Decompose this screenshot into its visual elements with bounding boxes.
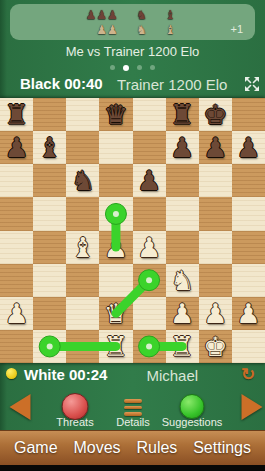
white-pawn-a2: ♟ <box>0 297 33 330</box>
square-d2[interactable]: ♛ <box>99 297 132 330</box>
square-h8[interactable] <box>232 98 265 131</box>
square-c5[interactable] <box>66 197 99 230</box>
black-pawn-a7: ♟ <box>0 131 33 164</box>
square-g1[interactable]: ♚ <box>199 330 232 363</box>
details-menu-icon <box>124 396 142 416</box>
square-a8[interactable]: ♜ <box>0 98 33 131</box>
left-arrow-icon <box>10 394 31 420</box>
analysis-toolbar: Threats Details Suggestions <box>0 392 265 430</box>
white-player-name: Michael <box>146 367 198 384</box>
square-b5[interactable] <box>33 197 66 230</box>
chess-app-screen: ♟♟♟♞♝ ♟♟♞♝ +1 Me vs Trainer 1200 Elo Bla… <box>0 0 265 471</box>
black-queen-d8: ♛ <box>99 98 132 131</box>
square-e6[interactable]: ♟ <box>133 164 166 197</box>
square-g4[interactable] <box>199 231 232 264</box>
white-pawn-h2: ♟ <box>232 297 265 330</box>
square-h4[interactable] <box>232 231 265 264</box>
square-d4[interactable]: ♟ <box>99 231 132 264</box>
square-a2[interactable]: ♟ <box>0 297 33 330</box>
threats-label: Threats <box>56 416 93 428</box>
black-pawn-h7: ♟ <box>232 131 265 164</box>
square-f5[interactable] <box>166 197 199 230</box>
black-rook-f8: ♜ <box>166 98 199 131</box>
square-c1[interactable] <box>66 330 99 363</box>
square-g5[interactable] <box>199 197 232 230</box>
white-clock: White 00:24 <box>24 366 107 383</box>
square-c2[interactable] <box>66 297 99 330</box>
black-clock: Black 00:40 <box>20 75 103 92</box>
square-a7[interactable]: ♟ <box>0 131 33 164</box>
page-dot-3[interactable] <box>137 65 142 70</box>
square-b3[interactable] <box>33 264 66 297</box>
square-c8[interactable] <box>66 98 99 131</box>
captured-black-pieces: ♟♟♟♞♝ <box>82 6 176 21</box>
square-b8[interactable] <box>33 98 66 131</box>
captured-pieces-panel: ♟♟♟♞♝ ♟♟♞♝ +1 <box>10 4 255 40</box>
square-g6[interactable] <box>199 164 232 197</box>
square-f3[interactable]: ♞ <box>166 264 199 297</box>
square-e1[interactable] <box>133 330 166 363</box>
game-title: Me vs Trainer 1200 Elo <box>0 44 265 59</box>
square-e2[interactable] <box>133 297 166 330</box>
square-e5[interactable] <box>133 197 166 230</box>
square-b7[interactable]: ♝ <box>33 131 66 164</box>
details-label: Details <box>116 416 150 428</box>
details-button[interactable] <box>124 396 142 416</box>
next-move-button[interactable] <box>242 394 263 420</box>
white-bishop-c4: ♝ <box>66 231 99 264</box>
page-dot-1[interactable] <box>110 65 115 70</box>
page-dot-4[interactable] <box>150 65 155 70</box>
captured-black-bishops: ♝ <box>161 6 176 21</box>
chess-board[interactable]: ♜♛♜♚♟♝♟♟♟♞♟♝♟♟♞♟♛♟♟♟♜♜♚ <box>0 98 265 363</box>
square-a6[interactable] <box>0 164 33 197</box>
square-h5[interactable] <box>232 197 265 230</box>
rotate-icon: ↻ <box>241 365 255 384</box>
square-e3[interactable] <box>133 264 166 297</box>
square-h1[interactable] <box>232 330 265 363</box>
page-dots[interactable] <box>0 65 265 71</box>
square-a1[interactable] <box>0 330 33 363</box>
right-arrow-icon <box>242 394 263 420</box>
white-pawn-e4: ♟ <box>133 231 166 264</box>
black-pawn-e6: ♟ <box>133 164 166 197</box>
white-king-g1: ♚ <box>199 330 232 363</box>
black-pawn-g7: ♟ <box>199 131 232 164</box>
square-c3[interactable] <box>66 264 99 297</box>
captured-white-pieces: ♟♟♞♝ <box>82 21 176 36</box>
captured-white-bishops: ♝ <box>161 21 176 36</box>
square-a3[interactable] <box>0 264 33 297</box>
captured-pieces-rows: ♟♟♟♞♝ ♟♟♞♝ <box>82 6 176 36</box>
material-advantage: +1 <box>230 23 243 35</box>
square-e7[interactable] <box>133 131 166 164</box>
square-d7[interactable] <box>99 131 132 164</box>
black-pawn-f7: ♟ <box>166 131 199 164</box>
square-f4[interactable] <box>166 231 199 264</box>
black-king-g8: ♚ <box>199 98 232 131</box>
square-f6[interactable] <box>166 164 199 197</box>
tab-settings[interactable]: Settings <box>193 439 251 457</box>
square-b6[interactable] <box>33 164 66 197</box>
black-bishop-b7: ♝ <box>33 131 66 164</box>
square-f8[interactable]: ♜ <box>166 98 199 131</box>
white-rook-d1: ♜ <box>99 330 132 363</box>
tab-game[interactable]: Game <box>14 439 58 457</box>
turn-indicator-dot <box>6 368 17 379</box>
captured-white-pawns: ♟♟ <box>82 21 118 36</box>
square-e4[interactable]: ♟ <box>133 231 166 264</box>
square-c6[interactable]: ♞ <box>66 164 99 197</box>
square-f1[interactable]: ♜ <box>166 330 199 363</box>
captured-white-knights: ♞ <box>132 21 147 36</box>
square-d1[interactable]: ♜ <box>99 330 132 363</box>
square-h7[interactable]: ♟ <box>232 131 265 164</box>
square-h3[interactable] <box>232 264 265 297</box>
white-player-bar: White 00:24 Michael ↻ <box>0 366 265 389</box>
tab-moves[interactable]: Moves <box>73 439 120 457</box>
square-g7[interactable]: ♟ <box>199 131 232 164</box>
square-d8[interactable]: ♛ <box>99 98 132 131</box>
square-b4[interactable] <box>33 231 66 264</box>
home-indicator-area <box>0 465 265 471</box>
tab-rules[interactable]: Rules <box>136 439 177 457</box>
square-a5[interactable] <box>0 197 33 230</box>
white-pawn-g2: ♟ <box>199 297 232 330</box>
expand-icon <box>244 76 260 92</box>
suggestions-label: Suggestions <box>162 416 223 428</box>
square-c4[interactable]: ♝ <box>66 231 99 264</box>
white-pawn-d4: ♟ <box>99 231 132 264</box>
white-rook-f1: ♜ <box>166 330 199 363</box>
square-b2[interactable] <box>33 297 66 330</box>
captured-black-pawns: ♟♟♟ <box>82 6 118 21</box>
square-d3[interactable] <box>99 264 132 297</box>
square-a4[interactable] <box>0 231 33 264</box>
square-d5[interactable] <box>99 197 132 230</box>
square-g2[interactable]: ♟ <box>199 297 232 330</box>
black-knight-c6: ♞ <box>66 164 99 197</box>
square-g3[interactable] <box>199 264 232 297</box>
white-knight-f3: ♞ <box>166 264 199 297</box>
white-queen-d2: ♛ <box>99 297 132 330</box>
square-f7[interactable]: ♟ <box>166 131 199 164</box>
black-rook-a8: ♜ <box>0 98 33 131</box>
captured-black-knights: ♞ <box>132 6 147 21</box>
square-b1[interactable] <box>33 330 66 363</box>
fullscreen-button[interactable] <box>244 76 260 92</box>
square-h2[interactable]: ♟ <box>232 297 265 330</box>
bottom-tab-bar: Game Moves Rules Settings <box>0 430 265 465</box>
square-e8[interactable] <box>133 98 166 131</box>
prev-move-button[interactable] <box>10 394 31 420</box>
square-f2[interactable]: ♟ <box>166 297 199 330</box>
square-c7[interactable] <box>66 131 99 164</box>
square-g8[interactable]: ♚ <box>199 98 232 131</box>
rotate-board-button[interactable]: ↻ <box>241 364 261 384</box>
square-d6[interactable] <box>99 164 132 197</box>
page-dot-2[interactable] <box>123 65 129 71</box>
black-player-name: Trainer 1200 Elo <box>117 76 227 93</box>
square-h6[interactable] <box>232 164 265 197</box>
black-player-bar: Black 00:40 Trainer 1200 Elo <box>0 75 265 98</box>
white-pawn-f2: ♟ <box>166 297 199 330</box>
